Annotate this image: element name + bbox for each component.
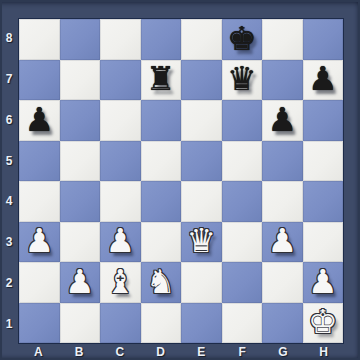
square-e6[interactable] [181, 100, 222, 141]
file-label-b: B [59, 344, 100, 360]
rank-label-5: 5 [0, 140, 18, 181]
square-f1[interactable] [222, 303, 263, 344]
square-b1[interactable] [60, 303, 101, 344]
square-b7[interactable] [60, 60, 101, 101]
piece-bR: ♜ [146, 62, 176, 95]
square-c6[interactable] [100, 100, 141, 141]
rank-label-7: 7 [0, 59, 18, 100]
square-d8[interactable] [141, 19, 182, 60]
square-d5[interactable] [141, 141, 182, 182]
square-h2[interactable]: ♟ [303, 262, 344, 303]
square-a1[interactable] [19, 303, 60, 344]
square-b2[interactable]: ♟ [60, 262, 101, 303]
square-g4[interactable] [262, 181, 303, 222]
rank-label-2: 2 [0, 263, 18, 304]
square-b6[interactable] [60, 100, 101, 141]
rank-label-4: 4 [0, 181, 18, 222]
square-h3[interactable] [303, 222, 344, 263]
square-d2[interactable]: ♞ [141, 262, 182, 303]
square-a8[interactable] [19, 19, 60, 60]
file-label-f: F [222, 344, 263, 360]
square-g8[interactable] [262, 19, 303, 60]
square-f3[interactable] [222, 222, 263, 263]
square-e2[interactable] [181, 262, 222, 303]
piece-wP: ♟ [308, 265, 338, 298]
file-label-h: H [303, 344, 344, 360]
square-b5[interactable] [60, 141, 101, 182]
square-c1[interactable] [100, 303, 141, 344]
square-f8[interactable]: ♚ [222, 19, 263, 60]
square-b8[interactable] [60, 19, 101, 60]
square-h5[interactable] [303, 141, 344, 182]
piece-wN: ♞ [146, 265, 176, 298]
square-g6[interactable]: ♟ [262, 100, 303, 141]
square-c4[interactable] [100, 181, 141, 222]
square-h8[interactable] [303, 19, 344, 60]
square-g5[interactable] [262, 141, 303, 182]
square-g1[interactable] [262, 303, 303, 344]
square-h6[interactable] [303, 100, 344, 141]
square-d7[interactable]: ♜ [141, 60, 182, 101]
piece-wQ: ♛ [186, 224, 216, 257]
file-label-c: C [100, 344, 141, 360]
piece-wK: ♚ [308, 305, 338, 338]
piece-wP: ♟ [267, 224, 297, 257]
square-e5[interactable] [181, 141, 222, 182]
piece-bP: ♟ [24, 103, 54, 136]
file-label-e: E [181, 344, 222, 360]
square-c2[interactable]: ♝ [100, 262, 141, 303]
rank-labels: 87654321 [0, 18, 18, 344]
square-b3[interactable] [60, 222, 101, 263]
square-c8[interactable] [100, 19, 141, 60]
square-a6[interactable]: ♟ [19, 100, 60, 141]
square-c3[interactable]: ♟ [100, 222, 141, 263]
piece-bQ: ♛ [227, 62, 257, 95]
square-f4[interactable] [222, 181, 263, 222]
chess-diagram-frame: 87654321 ♚♜♛♟♟♟♟♟♛♟♟♝♞♟♚ ABCDEFGH [0, 0, 360, 360]
file-labels: ABCDEFGH [18, 344, 344, 360]
rank-label-8: 8 [0, 18, 18, 59]
file-label-g: G [263, 344, 304, 360]
square-g3[interactable]: ♟ [262, 222, 303, 263]
rank-label-3: 3 [0, 222, 18, 263]
square-a7[interactable] [19, 60, 60, 101]
square-e4[interactable] [181, 181, 222, 222]
square-c7[interactable] [100, 60, 141, 101]
piece-wB: ♝ [105, 265, 135, 298]
square-a3[interactable]: ♟ [19, 222, 60, 263]
square-g7[interactable] [262, 60, 303, 101]
square-d1[interactable] [141, 303, 182, 344]
piece-wP: ♟ [24, 224, 54, 257]
square-a5[interactable] [19, 141, 60, 182]
square-e3[interactable]: ♛ [181, 222, 222, 263]
square-e8[interactable] [181, 19, 222, 60]
square-a2[interactable] [19, 262, 60, 303]
square-e1[interactable] [181, 303, 222, 344]
square-f2[interactable] [222, 262, 263, 303]
square-h7[interactable]: ♟ [303, 60, 344, 101]
board: ♚♜♛♟♟♟♟♟♛♟♟♝♞♟♚ [18, 18, 344, 344]
square-g2[interactable] [262, 262, 303, 303]
file-label-a: A [18, 344, 59, 360]
piece-bP: ♟ [267, 103, 297, 136]
rank-label-1: 1 [0, 303, 18, 344]
square-f6[interactable] [222, 100, 263, 141]
square-f7[interactable]: ♛ [222, 60, 263, 101]
piece-wP: ♟ [105, 224, 135, 257]
square-e7[interactable] [181, 60, 222, 101]
square-a4[interactable] [19, 181, 60, 222]
square-h4[interactable] [303, 181, 344, 222]
square-d3[interactable] [141, 222, 182, 263]
rank-label-6: 6 [0, 100, 18, 141]
square-d6[interactable] [141, 100, 182, 141]
piece-wP: ♟ [65, 265, 95, 298]
square-f5[interactable] [222, 141, 263, 182]
square-h1[interactable]: ♚ [303, 303, 344, 344]
square-b4[interactable] [60, 181, 101, 222]
square-c5[interactable] [100, 141, 141, 182]
piece-bP: ♟ [308, 62, 338, 95]
square-d4[interactable] [141, 181, 182, 222]
file-label-d: D [140, 344, 181, 360]
piece-bK: ♚ [227, 22, 257, 55]
